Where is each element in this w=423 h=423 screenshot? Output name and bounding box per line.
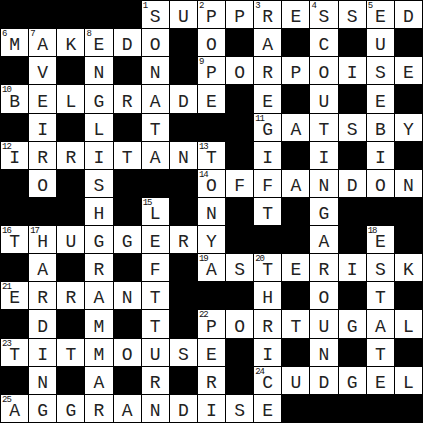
cell-r10c9[interactable]: H (254, 282, 281, 309)
cell-r1c3[interactable]: 8E (85, 29, 112, 56)
cell-letter: Y (198, 233, 225, 251)
cell-r7c7[interactable]: N (198, 198, 225, 225)
black-cell-r7c4 (114, 198, 141, 225)
cell-r9c11[interactable]: R (310, 254, 337, 281)
cell-r7c11[interactable]: G (310, 198, 337, 225)
cell-r3c4[interactable]: R (114, 85, 141, 112)
cell-letter: T (198, 149, 225, 167)
cell-r13c12[interactable]: G (339, 367, 366, 394)
cell-r5c9[interactable]: I (254, 142, 281, 169)
cell-letter: N (310, 346, 337, 364)
cell-letter: O (198, 36, 225, 54)
cell-r1c5[interactable]: O (142, 29, 169, 56)
black-cell-r9c0 (1, 254, 28, 281)
cell-r6c9[interactable]: F (254, 170, 281, 197)
black-cell-r4c2 (57, 114, 84, 141)
cell-r1c2[interactable]: K (57, 29, 84, 56)
cell-r8c2[interactable]: U (57, 226, 84, 253)
cell-letter: T (1, 233, 28, 251)
cell-letter: I (339, 261, 366, 279)
cell-letter: H (29, 233, 56, 251)
cell-r2c11[interactable]: O (310, 57, 337, 84)
cell-r5c13[interactable]: I (367, 142, 394, 169)
cell-r11c7[interactable]: 22P (198, 310, 225, 337)
cell-letter: T (254, 205, 281, 223)
black-cell-r6c0 (1, 170, 28, 197)
cell-r4c5[interactable]: T (142, 114, 169, 141)
cell-r11c10[interactable]: T (282, 310, 309, 337)
cell-r9c3[interactable]: R (85, 254, 112, 281)
cell-r0c12[interactable]: S (339, 1, 366, 28)
cell-letter: L (395, 318, 422, 336)
cell-letter: G (339, 374, 366, 392)
cell-letter: K (57, 36, 84, 54)
cell-r13c9[interactable]: 24C (254, 367, 281, 394)
cell-r2c10[interactable]: P (282, 57, 309, 84)
cell-r4c3[interactable]: L (85, 114, 112, 141)
cell-r10c5[interactable]: T (142, 282, 169, 309)
cell-letter: R (85, 402, 112, 420)
cell-r10c11[interactable]: O (310, 282, 337, 309)
cell-r11c8[interactable]: O (226, 310, 253, 337)
cell-r3c1[interactable]: E (29, 85, 56, 112)
cell-r3c5[interactable]: A (142, 85, 169, 112)
cell-letter: E (367, 233, 394, 251)
cell-r7c9[interactable]: T (254, 198, 281, 225)
cell-r12c4[interactable]: O (114, 339, 141, 366)
cell-r6c10[interactable]: A (282, 170, 309, 197)
cell-r8c3[interactable]: G (85, 226, 112, 253)
cell-letter: N (142, 402, 169, 420)
cell-r8c6[interactable]: R (170, 226, 197, 253)
cell-r8c11[interactable]: A (310, 226, 337, 253)
cell-r13c1[interactable]: N (29, 367, 56, 394)
black-cell-r10c8 (226, 282, 253, 309)
cell-letter: I (29, 121, 56, 139)
cell-r0c11[interactable]: 4S (310, 1, 337, 28)
cell-r2c9[interactable]: R (254, 57, 281, 84)
cell-letter: M (85, 346, 112, 364)
cell-r6c14[interactable]: N (395, 170, 422, 197)
cell-letter: A (29, 261, 56, 279)
cell-letter: S (367, 64, 394, 82)
cell-letter: E (367, 93, 394, 111)
cell-letter: R (114, 93, 141, 111)
cell-r10c3[interactable]: A (85, 282, 112, 309)
black-cell-r8c9 (254, 226, 281, 253)
cell-r11c9[interactable]: R (254, 310, 281, 337)
cell-r5c11[interactable]: I (310, 142, 337, 169)
cell-letter: E (282, 261, 309, 279)
cell-letter: I (29, 346, 56, 364)
black-cell-r1c6 (170, 29, 197, 56)
black-cell-r11c4 (114, 310, 141, 337)
cell-r8c1[interactable]: 17H (29, 226, 56, 253)
cell-r0c5[interactable]: 1S (142, 1, 169, 28)
cell-letter: O (114, 346, 141, 364)
cell-letter: E (367, 8, 394, 26)
cell-letter: A (198, 261, 225, 279)
cell-r3c11[interactable]: U (310, 85, 337, 112)
black-cell-r1c14 (395, 29, 422, 56)
black-cell-r4c8 (226, 114, 253, 141)
cell-letter: O (198, 177, 225, 195)
cell-r7c5[interactable]: 15L (142, 198, 169, 225)
black-cell-r4c6 (170, 114, 197, 141)
cell-letter: Y (395, 121, 422, 139)
cell-letter: S (170, 346, 197, 364)
cell-r11c11[interactable]: U (310, 310, 337, 337)
cell-letter: R (310, 261, 337, 279)
black-cell-r14c12 (339, 395, 366, 422)
cell-r2c14[interactable]: E (395, 57, 422, 84)
black-cell-r10c14 (395, 282, 422, 309)
cell-r13c13[interactable]: E (367, 367, 394, 394)
cell-r12c11[interactable]: N (310, 339, 337, 366)
cell-r3c9[interactable]: E (254, 85, 281, 112)
cell-r6c11[interactable]: N (310, 170, 337, 197)
cell-r0c9[interactable]: 3R (254, 1, 281, 28)
cell-r3c6[interactable]: D (170, 85, 197, 112)
cell-letter: A (1, 402, 28, 420)
cell-letter: F (254, 177, 281, 195)
cell-letter: A (282, 177, 309, 195)
cell-letter: D (170, 402, 197, 420)
cell-r4c11[interactable]: T (310, 114, 337, 141)
cell-letter: C (254, 374, 281, 392)
black-cell-r0c1 (29, 1, 56, 28)
cell-r1c0[interactable]: 6M (1, 29, 28, 56)
black-cell-r3c8 (226, 85, 253, 112)
cell-letter: R (254, 318, 281, 336)
cell-r10c13[interactable]: T (367, 282, 394, 309)
cell-r0c13[interactable]: 5E (367, 1, 394, 28)
black-cell-r7c14 (395, 198, 422, 225)
cell-r12c3[interactable]: M (85, 339, 112, 366)
cell-r6c1[interactable]: O (29, 170, 56, 197)
cell-r5c1[interactable]: R (29, 142, 56, 169)
cell-r5c6[interactable]: N (170, 142, 197, 169)
cell-letter: O (310, 289, 337, 307)
black-cell-r9c6 (170, 254, 197, 281)
black-cell-r13c6 (170, 367, 197, 394)
cell-r9c9[interactable]: 20T (254, 254, 281, 281)
cell-r14c0[interactable]: 25A (1, 395, 28, 422)
cell-r11c5[interactable]: T (142, 310, 169, 337)
cell-r2c1[interactable]: V (29, 57, 56, 84)
cell-r4c9[interactable]: 11G (254, 114, 281, 141)
cell-r8c4[interactable]: G (114, 226, 141, 253)
cell-r10c2[interactable]: R (57, 282, 84, 309)
cell-r2c5[interactable]: N (142, 57, 169, 84)
cell-r4c12[interactable]: S (339, 114, 366, 141)
cell-r9c13[interactable]: S (367, 254, 394, 281)
cell-letter: A (254, 36, 281, 54)
black-cell-r4c4 (114, 114, 141, 141)
black-cell-r1c12 (339, 29, 366, 56)
cell-letter: P (282, 64, 309, 82)
cell-letter: U (282, 374, 309, 392)
cell-r12c7[interactable]: E (198, 339, 225, 366)
black-cell-r10c6 (170, 282, 197, 309)
cell-r11c14[interactable]: L (395, 310, 422, 337)
cell-letter: D (310, 374, 337, 392)
black-cell-r5c10 (282, 142, 309, 169)
cell-r8c5[interactable]: E (142, 226, 169, 253)
cell-letter: R (142, 374, 169, 392)
black-cell-r2c2 (57, 57, 84, 84)
black-cell-r7c10 (282, 198, 309, 225)
cell-r0c7[interactable]: 2P (198, 1, 225, 28)
cell-letter: S (339, 121, 366, 139)
black-cell-r12c10 (282, 339, 309, 366)
cell-r12c9[interactable]: I (254, 339, 281, 366)
cell-r3c7[interactable]: E (198, 85, 225, 112)
cell-r1c9[interactable]: A (254, 29, 281, 56)
cell-r9c14[interactable]: K (395, 254, 422, 281)
cell-r12c2[interactable]: T (57, 339, 84, 366)
cell-r9c12[interactable]: I (339, 254, 366, 281)
cell-letter: E (282, 8, 309, 26)
cell-letter: R (198, 374, 225, 392)
cell-letter: A (114, 402, 141, 420)
cell-r8c13[interactable]: 18E (367, 226, 394, 253)
black-cell-r7c6 (170, 198, 197, 225)
cell-letter: E (254, 402, 281, 420)
cell-letter: L (395, 374, 422, 392)
cell-r0c14[interactable]: D (395, 1, 422, 28)
cell-letter: D (29, 318, 56, 336)
cell-r5c3[interactable]: I (85, 142, 112, 169)
cell-letter: G (85, 233, 112, 251)
cell-letter: I (339, 64, 366, 82)
cell-letter: U (367, 36, 394, 54)
cell-r11c3[interactable]: M (85, 310, 112, 337)
cell-r4c14[interactable]: Y (395, 114, 422, 141)
cell-letter: T (114, 149, 141, 167)
black-cell-r7c13 (367, 198, 394, 225)
cell-letter: A (310, 233, 337, 251)
cell-r12c0[interactable]: 23T (1, 339, 28, 366)
cell-r3c3[interactable]: G (85, 85, 112, 112)
cell-r9c10[interactable]: E (282, 254, 309, 281)
cell-r2c12[interactable]: I (339, 57, 366, 84)
black-cell-r0c0 (1, 1, 28, 28)
black-cell-r8c12 (339, 226, 366, 253)
cell-letter: S (85, 177, 112, 195)
cell-r10c0[interactable]: 21E (1, 282, 28, 309)
cell-letter: D (339, 177, 366, 195)
cell-letter: A (29, 36, 56, 54)
cell-r8c0[interactable]: 16T (1, 226, 28, 253)
black-cell-r10c12 (339, 282, 366, 309)
black-cell-r3c12 (339, 85, 366, 112)
cell-r11c1[interactable]: D (29, 310, 56, 337)
cell-r6c3[interactable]: S (85, 170, 112, 197)
cell-r6c7[interactable]: 14O (198, 170, 225, 197)
cell-letter: O (142, 36, 169, 54)
cell-r13c3[interactable]: A (85, 367, 112, 394)
cell-letter: U (170, 8, 197, 26)
cell-letter: R (170, 233, 197, 251)
cell-letter: D (114, 36, 141, 54)
cell-r7c3[interactable]: H (85, 198, 112, 225)
cell-r13c10[interactable]: U (282, 367, 309, 394)
cell-r2c3[interactable]: N (85, 57, 112, 84)
cell-letter: R (57, 289, 84, 307)
cell-letter: A (367, 318, 394, 336)
cell-r3c13[interactable]: E (367, 85, 394, 112)
cell-r11c13[interactable]: A (367, 310, 394, 337)
cell-r3c2[interactable]: L (57, 85, 84, 112)
cell-letter: R (29, 289, 56, 307)
black-cell-r1c10 (282, 29, 309, 56)
cell-letter: G (254, 121, 281, 139)
cell-letter: E (1, 289, 28, 307)
cell-letter: D (170, 93, 197, 111)
cell-letter: O (226, 318, 253, 336)
cell-letter: S (226, 261, 253, 279)
black-cell-r12c14 (395, 339, 422, 366)
cell-letter: I (198, 402, 225, 420)
cell-r6c13[interactable]: O (367, 170, 394, 197)
cell-letter: G (114, 233, 141, 251)
cell-r11c12[interactable]: G (339, 310, 366, 337)
cell-r6c8[interactable]: F (226, 170, 253, 197)
cell-letter: O (226, 64, 253, 82)
cell-r10c1[interactable]: R (29, 282, 56, 309)
cell-r1c7[interactable]: O (198, 29, 225, 56)
black-cell-r12c8 (226, 339, 253, 366)
cell-letter: T (367, 289, 394, 307)
cell-r1c4[interactable]: D (114, 29, 141, 56)
black-cell-r5c12 (339, 142, 366, 169)
cell-letter: P (226, 8, 253, 26)
black-cell-r4c0 (1, 114, 28, 141)
cell-r13c11[interactable]: D (310, 367, 337, 394)
cell-letter: U (310, 318, 337, 336)
cell-r12c6[interactable]: S (170, 339, 197, 366)
cell-letter: F (142, 261, 169, 279)
cell-letter: G (29, 402, 56, 420)
cell-r0c8[interactable]: P (226, 1, 253, 28)
cell-letter: I (254, 346, 281, 364)
cell-r5c4[interactable]: T (114, 142, 141, 169)
cell-r12c13[interactable]: T (367, 339, 394, 366)
cell-r5c2[interactable]: R (57, 142, 84, 169)
black-cell-r7c0 (1, 198, 28, 225)
cell-letter: O (367, 177, 394, 195)
cell-letter: S (226, 402, 253, 420)
cell-letter: S (339, 8, 366, 26)
black-cell-r1c8 (226, 29, 253, 56)
cell-letter: U (57, 233, 84, 251)
cell-r14c1[interactable]: G (29, 395, 56, 422)
cell-r14c9[interactable]: E (254, 395, 281, 422)
cell-letter: M (1, 36, 28, 54)
cell-r4c1[interactable]: I (29, 114, 56, 141)
cell-letter: S (310, 8, 337, 26)
black-cell-r3c14 (395, 85, 422, 112)
cell-r13c5[interactable]: R (142, 367, 169, 394)
cell-r14c5[interactable]: N (142, 395, 169, 422)
black-cell-r5c14 (395, 142, 422, 169)
cell-letter: E (85, 36, 112, 54)
cell-r3c0[interactable]: 10B (1, 85, 28, 112)
black-cell-r7c2 (57, 198, 84, 225)
cell-letter: G (310, 205, 337, 223)
cell-letter: E (142, 233, 169, 251)
cell-r9c8[interactable]: S (226, 254, 253, 281)
cell-r13c7[interactable]: R (198, 367, 225, 394)
cell-r2c7[interactable]: 9P (198, 57, 225, 84)
cell-r14c8[interactable]: S (226, 395, 253, 422)
cell-letter: R (57, 149, 84, 167)
cell-letter: A (142, 93, 169, 111)
black-cell-r4c7 (198, 114, 225, 141)
black-cell-r12c12 (339, 339, 366, 366)
cell-r10c4[interactable]: N (114, 282, 141, 309)
cell-letter: O (310, 64, 337, 82)
black-cell-r10c10 (282, 282, 309, 309)
cell-r14c3[interactable]: R (85, 395, 112, 422)
cell-r13c14[interactable]: L (395, 367, 422, 394)
black-cell-r11c6 (170, 310, 197, 337)
cell-r2c13[interactable]: S (367, 57, 394, 84)
cell-r14c4[interactable]: A (114, 395, 141, 422)
cell-r14c2[interactable]: G (57, 395, 84, 422)
cell-r12c5[interactable]: U (142, 339, 169, 366)
cell-r5c5[interactable]: A (142, 142, 169, 169)
cell-r9c1[interactable]: A (29, 254, 56, 281)
cell-r14c6[interactable]: D (170, 395, 197, 422)
cell-r0c10[interactable]: E (282, 1, 309, 28)
cell-letter: E (198, 93, 225, 111)
cell-r8c7[interactable]: Y (198, 226, 225, 253)
cell-r1c1[interactable]: 7A (29, 29, 56, 56)
cell-r0c6[interactable]: U (170, 1, 197, 28)
cell-r4c10[interactable]: A (282, 114, 309, 141)
cell-r9c5[interactable]: F (142, 254, 169, 281)
black-cell-r8c14 (395, 226, 422, 253)
black-cell-r13c2 (57, 367, 84, 394)
black-cell-r13c0 (1, 367, 28, 394)
cell-letter: G (339, 318, 366, 336)
black-cell-r0c4 (114, 1, 141, 28)
cell-r9c7[interactable]: 19A (198, 254, 225, 281)
cell-letter: E (395, 64, 422, 82)
cell-letter: P (198, 318, 225, 336)
cell-r6c12[interactable]: D (339, 170, 366, 197)
cell-r14c7[interactable]: I (198, 395, 225, 422)
cell-r1c13[interactable]: U (367, 29, 394, 56)
cell-letter: L (142, 205, 169, 223)
black-cell-r9c4 (114, 254, 141, 281)
cell-r5c0[interactable]: 12I (1, 142, 28, 169)
cell-letter: V (29, 64, 56, 82)
cell-letter: I (254, 149, 281, 167)
cell-letter: U (310, 93, 337, 111)
cell-letter: H (85, 205, 112, 223)
cell-letter: R (29, 149, 56, 167)
cell-r12c1[interactable]: I (29, 339, 56, 366)
cell-r2c8[interactable]: O (226, 57, 253, 84)
cell-letter: G (57, 402, 84, 420)
cell-r1c11[interactable]: C (310, 29, 337, 56)
cell-r5c7[interactable]: 13T (198, 142, 225, 169)
cell-r4c13[interactable]: B (367, 114, 394, 141)
cell-letter: A (85, 374, 112, 392)
